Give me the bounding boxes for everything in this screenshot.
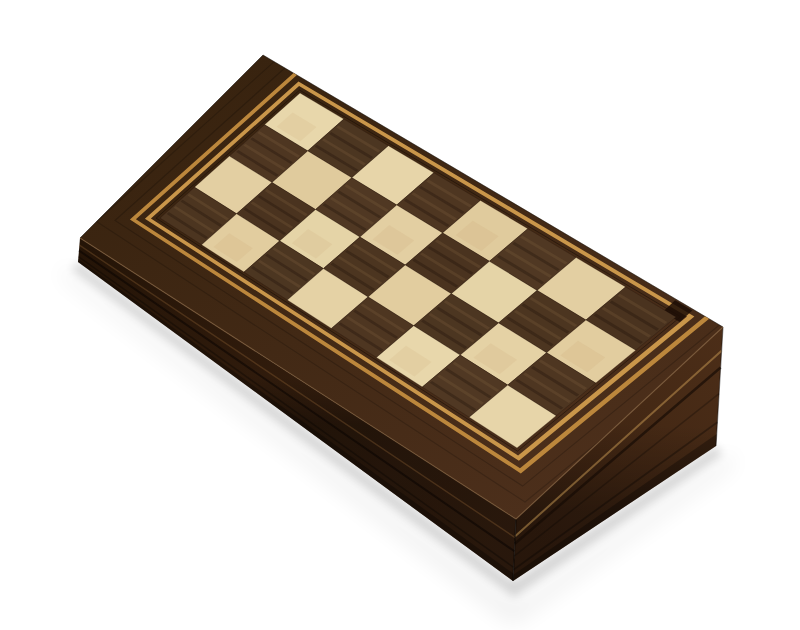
photo-canvas bbox=[0, 0, 800, 630]
folding-chessboard-box bbox=[0, 0, 800, 630]
